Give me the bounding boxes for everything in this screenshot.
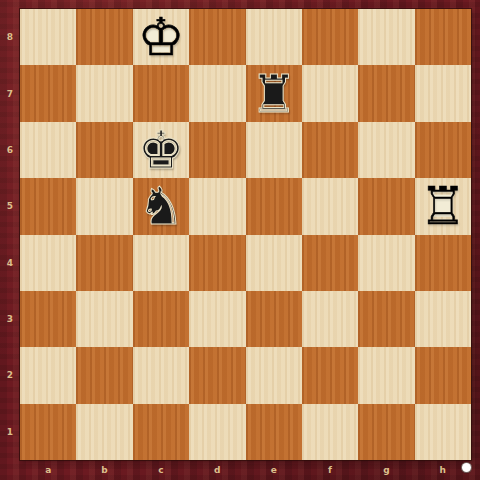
black-rook-e7[interactable]: ♜ <box>246 65 302 121</box>
square-c7[interactable] <box>133 65 189 121</box>
square-a4[interactable] <box>20 235 76 291</box>
square-b7[interactable] <box>76 65 132 121</box>
rank-label-2: 2 <box>0 347 20 403</box>
square-b8[interactable] <box>76 9 132 65</box>
square-c8[interactable]: ♚♔ <box>133 9 189 65</box>
square-c4[interactable] <box>133 235 189 291</box>
square-e2[interactable] <box>246 347 302 403</box>
square-f4[interactable] <box>302 235 358 291</box>
file-label-e: e <box>246 460 302 480</box>
white-rook-h5[interactable]: ♖ <box>415 178 471 234</box>
square-f1[interactable] <box>302 404 358 460</box>
square-a7[interactable] <box>20 65 76 121</box>
chessboard-frame: ♚♔♜♚♞♜♖ 87654321 abcdefgh <box>0 0 480 480</box>
square-h1[interactable] <box>415 404 471 460</box>
file-label-c: c <box>133 460 189 480</box>
file-label-f: f <box>302 460 358 480</box>
rank-label-4: 4 <box>0 235 20 291</box>
square-h6[interactable] <box>415 122 471 178</box>
file-labels: abcdefgh <box>20 460 471 480</box>
square-c2[interactable] <box>133 347 189 403</box>
square-g5[interactable] <box>358 178 414 234</box>
square-d6[interactable] <box>189 122 245 178</box>
square-c6[interactable]: ♚ <box>133 122 189 178</box>
square-e6[interactable] <box>246 122 302 178</box>
square-d8[interactable] <box>189 9 245 65</box>
square-a3[interactable] <box>20 291 76 347</box>
square-e1[interactable] <box>246 404 302 460</box>
square-b4[interactable] <box>76 235 132 291</box>
square-f6[interactable] <box>302 122 358 178</box>
square-f5[interactable] <box>302 178 358 234</box>
square-d5[interactable] <box>189 178 245 234</box>
file-label-a: a <box>20 460 76 480</box>
square-g4[interactable] <box>358 235 414 291</box>
square-d1[interactable] <box>189 404 245 460</box>
rank-label-1: 1 <box>0 404 20 460</box>
square-b1[interactable] <box>76 404 132 460</box>
rank-labels: 87654321 <box>0 9 20 460</box>
square-b5[interactable] <box>76 178 132 234</box>
square-h8[interactable] <box>415 9 471 65</box>
square-a2[interactable] <box>20 347 76 403</box>
square-g3[interactable] <box>358 291 414 347</box>
file-label-g: g <box>358 460 414 480</box>
square-a6[interactable] <box>20 122 76 178</box>
square-e4[interactable] <box>246 235 302 291</box>
square-d4[interactable] <box>189 235 245 291</box>
square-d7[interactable] <box>189 65 245 121</box>
square-d2[interactable] <box>189 347 245 403</box>
black-king-c6[interactable]: ♚ <box>133 122 189 178</box>
square-e5[interactable] <box>246 178 302 234</box>
square-b3[interactable] <box>76 291 132 347</box>
square-c5[interactable]: ♞ <box>133 178 189 234</box>
square-e3[interactable] <box>246 291 302 347</box>
square-g8[interactable] <box>358 9 414 65</box>
rank-label-7: 7 <box>0 65 20 121</box>
square-g2[interactable] <box>358 347 414 403</box>
square-e7[interactable]: ♜ <box>246 65 302 121</box>
square-h3[interactable] <box>415 291 471 347</box>
black-knight-c5[interactable]: ♞ <box>133 178 189 234</box>
square-f8[interactable] <box>302 9 358 65</box>
square-h4[interactable] <box>415 235 471 291</box>
square-g7[interactable] <box>358 65 414 121</box>
white-to-move-indicator <box>462 463 471 472</box>
square-c3[interactable] <box>133 291 189 347</box>
square-h2[interactable] <box>415 347 471 403</box>
square-g1[interactable] <box>358 404 414 460</box>
square-f7[interactable] <box>302 65 358 121</box>
file-label-d: d <box>189 460 245 480</box>
square-b6[interactable] <box>76 122 132 178</box>
square-h7[interactable] <box>415 65 471 121</box>
square-c1[interactable] <box>133 404 189 460</box>
rank-label-3: 3 <box>0 291 20 347</box>
square-h5[interactable]: ♜♖ <box>415 178 471 234</box>
square-d3[interactable] <box>189 291 245 347</box>
rank-label-6: 6 <box>0 122 20 178</box>
chessboard: ♚♔♜♚♞♜♖ <box>20 9 471 460</box>
rank-label-8: 8 <box>0 9 20 65</box>
square-g6[interactable] <box>358 122 414 178</box>
white-king-c8[interactable]: ♔ <box>133 9 189 65</box>
square-a5[interactable] <box>20 178 76 234</box>
file-label-b: b <box>76 460 132 480</box>
rank-label-5: 5 <box>0 178 20 234</box>
square-a1[interactable] <box>20 404 76 460</box>
square-f2[interactable] <box>302 347 358 403</box>
square-f3[interactable] <box>302 291 358 347</box>
square-e8[interactable] <box>246 9 302 65</box>
square-a8[interactable] <box>20 9 76 65</box>
square-b2[interactable] <box>76 347 132 403</box>
